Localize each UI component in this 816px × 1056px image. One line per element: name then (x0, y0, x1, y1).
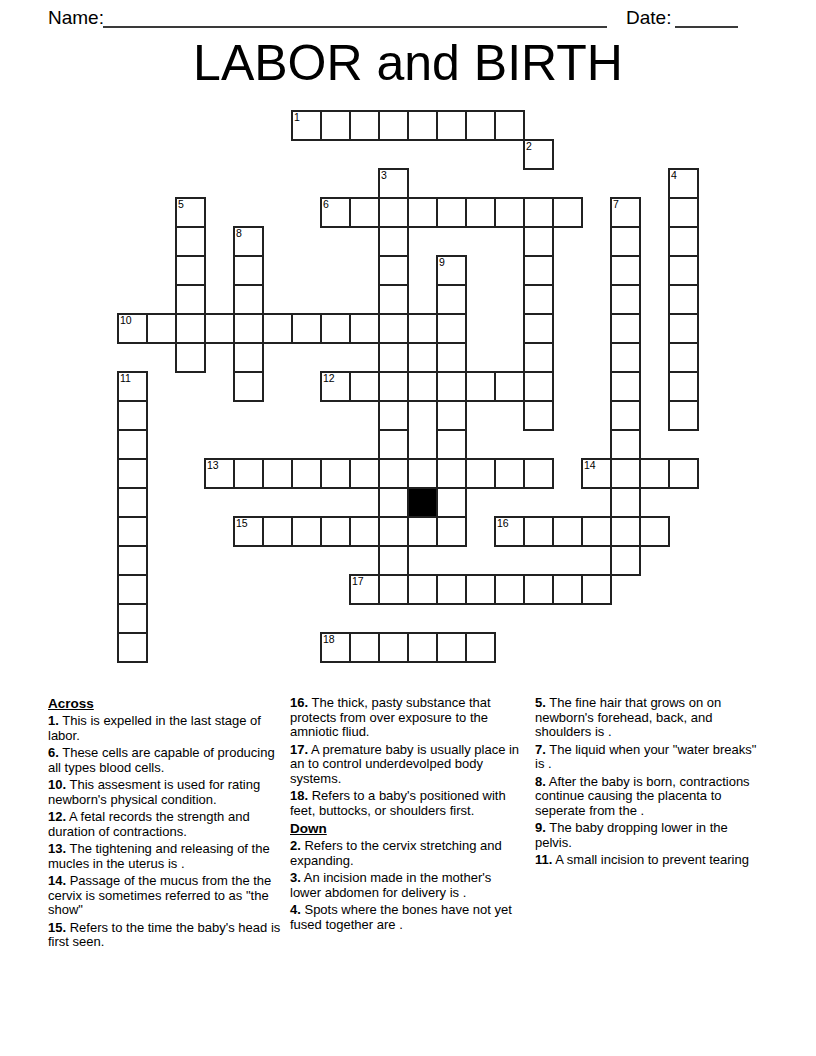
page-title: LABOR and BIRTH (0, 34, 816, 92)
grid-cell[interactable] (436, 429, 467, 460)
across-header: Across (48, 696, 282, 711)
grid-cell[interactable] (523, 284, 554, 315)
grid-cell[interactable] (436, 487, 467, 518)
grid-cell[interactable] (639, 458, 670, 489)
grid-cell[interactable] (494, 371, 525, 402)
clue-number: 3 (381, 170, 387, 181)
grid-cell[interactable] (378, 284, 409, 315)
grid-cell[interactable] (378, 255, 409, 286)
clue-down-11: 11. A small incision to prevent tearing (535, 853, 767, 868)
clue-across-1: 1. This is expelled in the last stage of… (48, 714, 282, 743)
grid-cell[interactable] (436, 110, 467, 141)
crossword-grid: 123456789101112131415161718 (117, 110, 700, 664)
grid-cell[interactable] (407, 632, 438, 663)
clue-number: 12 (323, 373, 335, 384)
grid-cell[interactable] (146, 313, 177, 344)
grid-cell[interactable] (117, 632, 148, 663)
clue-number: 9 (439, 257, 445, 268)
clue-number-label: 10. (48, 777, 66, 792)
clue-number-label: 11. (535, 852, 552, 867)
grid-cell[interactable] (436, 632, 467, 663)
grid-cell[interactable] (610, 487, 641, 518)
grid-cell[interactable] (349, 371, 380, 402)
grid-cell[interactable] (291, 516, 322, 547)
grid-cell[interactable] (262, 516, 293, 547)
grid-cell[interactable] (523, 197, 554, 228)
clue-across-18: 18. Refers to a baby's positioned with f… (290, 789, 525, 818)
grid-cell[interactable] (523, 516, 554, 547)
grid-cell[interactable] (494, 110, 525, 141)
clue-across-16: 16. The thick, pasty substance that prot… (290, 696, 525, 740)
grid-cell[interactable] (436, 197, 467, 228)
grid-cell[interactable] (291, 458, 322, 489)
clue-number: 13 (207, 460, 219, 471)
name-write-line[interactable] (103, 7, 607, 28)
grid-cell[interactable] (117, 603, 148, 634)
clue-list: Across1. This is expelled in the last st… (48, 696, 774, 953)
clue-column-2: 16. The thick, pasty substance that prot… (290, 696, 535, 953)
grid-cell[interactable] (668, 371, 699, 402)
grid-cell[interactable] (378, 313, 409, 344)
clue-number: 10 (120, 315, 132, 326)
grid-cell[interactable] (668, 400, 699, 431)
grid-cell[interactable] (639, 516, 670, 547)
grid-cell[interactable] (465, 110, 496, 141)
grid-cell[interactable] (523, 342, 554, 373)
grid-cell[interactable] (117, 574, 148, 605)
grid-cell[interactable] (523, 313, 554, 344)
grid-cell[interactable] (349, 632, 380, 663)
grid-cell[interactable] (465, 632, 496, 663)
grid-cell[interactable] (233, 313, 264, 344)
clue-number: 7 (613, 199, 619, 210)
clue-number: 5 (178, 199, 184, 210)
grid-cell[interactable] (581, 516, 612, 547)
clue-column-1: Across1. This is expelled in the last st… (48, 696, 290, 953)
clue-down-8: 8. After the baby is born, contractions … (535, 775, 767, 819)
grid-cell[interactable] (610, 400, 641, 431)
grid-cell[interactable] (349, 516, 380, 547)
clue-number-label: 5. (535, 695, 546, 710)
clue-down-3: 3. An incision made in the mother's lowe… (290, 871, 525, 900)
grid-cell[interactable] (320, 313, 351, 344)
grid-cell[interactable] (523, 255, 554, 286)
grid-cell[interactable] (233, 342, 264, 373)
grid-cell[interactable] (465, 574, 496, 605)
clue-column-3: 5. The fine hair that grows on on newbor… (535, 696, 767, 953)
clue-across-13: 13. The tightening and releasing of the … (48, 842, 282, 871)
clue-down-7: 7. The liquid when your "water breaks" i… (535, 743, 767, 772)
clue-down-9: 9. The baby dropping lower in the pelvis… (535, 821, 767, 850)
grid-cell[interactable] (407, 371, 438, 402)
clue-down-2: 2. Refers to the cervix stretching and e… (290, 839, 525, 868)
down-header: Down (290, 821, 525, 836)
grid-cell[interactable] (494, 197, 525, 228)
clue-number: 18 (323, 634, 335, 645)
date-write-line[interactable] (675, 7, 738, 28)
grid-cell[interactable] (233, 284, 264, 315)
grid-cell[interactable] (494, 458, 525, 489)
grid-cell[interactable] (407, 197, 438, 228)
grid-cell[interactable] (233, 371, 264, 402)
clue-number-label: 9. (535, 820, 546, 835)
grid-cell[interactable] (320, 458, 351, 489)
grid-cell[interactable] (233, 255, 264, 286)
worksheet-page: Name: Date: LABOR and BIRTH 123456789101… (0, 0, 816, 1056)
grid-cell[interactable] (436, 458, 467, 489)
grid-cell[interactable] (610, 516, 641, 547)
grid-cell[interactable] (233, 458, 264, 489)
grid-cell[interactable] (378, 516, 409, 547)
grid-cell[interactable] (175, 226, 206, 257)
date-label: Date: (626, 7, 671, 29)
grid-cell[interactable] (668, 226, 699, 257)
clue-across-6: 6. These cells are capable of producing … (48, 746, 282, 775)
clue-number-label: 4. (290, 902, 301, 917)
grid-cell[interactable] (552, 574, 583, 605)
grid-cell[interactable] (436, 400, 467, 431)
clue-number: 16 (497, 518, 509, 529)
grid-cell[interactable] (436, 313, 467, 344)
grid-cell[interactable] (320, 516, 351, 547)
grid-cell[interactable] (494, 574, 525, 605)
grid-cell[interactable] (378, 197, 409, 228)
clue-across-17: 17. A premature baby is usually place in… (290, 743, 525, 787)
name-label: Name: (48, 7, 104, 29)
grid-cell[interactable] (581, 574, 612, 605)
clue-number-label: 13. (48, 841, 66, 856)
clue-number-label: 17. (290, 742, 308, 757)
grid-cell[interactable] (407, 458, 438, 489)
clue-number: 17 (352, 576, 364, 587)
grid-cell[interactable] (610, 342, 641, 373)
grid-cell[interactable] (523, 458, 554, 489)
grid-cell[interactable] (552, 197, 583, 228)
grid-cell[interactable] (378, 632, 409, 663)
grid-cell[interactable] (610, 545, 641, 576)
grid-cell[interactable] (175, 313, 206, 344)
clue-number-label: 6. (48, 745, 59, 760)
blocked-cell (407, 487, 438, 518)
grid-cell[interactable] (117, 458, 148, 489)
clue-number-label: 2. (290, 838, 301, 853)
grid-cell[interactable] (465, 197, 496, 228)
grid-cell[interactable] (610, 371, 641, 402)
grid-cell[interactable] (349, 458, 380, 489)
grid-cell[interactable] (407, 574, 438, 605)
grid-cell[interactable] (436, 284, 467, 315)
grid-cell[interactable] (117, 516, 148, 547)
grid-cell[interactable] (523, 226, 554, 257)
grid-cell[interactable] (668, 255, 699, 286)
clue-number-label: 8. (535, 774, 546, 789)
grid-cell[interactable] (291, 313, 322, 344)
grid-cell[interactable] (262, 313, 293, 344)
clue-across-12: 12. A fetal records the strength and dur… (48, 810, 282, 839)
grid-cell[interactable] (378, 342, 409, 373)
grid-cell[interactable] (668, 197, 699, 228)
clue-number: 6 (323, 199, 329, 210)
grid-cell[interactable] (378, 545, 409, 576)
clue-across-10: 10. This assesment is used for rating ne… (48, 778, 282, 807)
grid-cell[interactable] (349, 110, 380, 141)
grid-cell[interactable] (465, 371, 496, 402)
clue-down-5: 5. The fine hair that grows on on newbor… (535, 696, 767, 740)
clue-number: 11 (120, 373, 131, 384)
grid-cell[interactable] (117, 429, 148, 460)
clue-across-14: 14. Passage of the mucus from the the ce… (48, 874, 282, 918)
grid-cell[interactable] (378, 487, 409, 518)
grid-cell[interactable] (378, 110, 409, 141)
clue-across-15: 15. Refers to the time the baby's head i… (48, 921, 282, 950)
grid-cell[interactable] (378, 400, 409, 431)
grid-cell[interactable] (320, 110, 351, 141)
clue-number: 4 (671, 170, 677, 181)
grid-cell[interactable] (610, 313, 641, 344)
clue-number-label: 18. (290, 788, 308, 803)
clue-number-label: 7. (535, 742, 546, 757)
clue-down-4: 4. Spots where the bones have not yet fu… (290, 903, 525, 932)
clue-number: 1 (294, 112, 300, 123)
grid-cell[interactable] (378, 371, 409, 402)
clue-number-label: 3. (290, 870, 301, 885)
grid-cell[interactable] (465, 458, 496, 489)
grid-cell[interactable] (407, 313, 438, 344)
grid-cell[interactable] (378, 574, 409, 605)
grid-cell[interactable] (523, 371, 554, 402)
clue-number: 8 (236, 228, 242, 239)
grid-cell[interactable] (668, 342, 699, 373)
grid-cell[interactable] (204, 313, 235, 344)
grid-cell[interactable] (436, 371, 467, 402)
grid-cell[interactable] (117, 487, 148, 518)
clue-number-label: 12. (48, 809, 66, 824)
grid-cell[interactable] (436, 574, 467, 605)
clue-number-label: 15. (48, 920, 66, 935)
grid-cell[interactable] (349, 197, 380, 228)
clue-number-label: 16. (290, 695, 308, 710)
grid-cell[interactable] (610, 284, 641, 315)
grid-cell[interactable] (378, 458, 409, 489)
grid-cell[interactable] (668, 458, 699, 489)
grid-cell[interactable] (378, 429, 409, 460)
grid-cell[interactable] (407, 516, 438, 547)
grid-cell[interactable] (552, 516, 583, 547)
clue-number: 2 (526, 141, 532, 152)
grid-cell[interactable] (436, 342, 467, 373)
grid-cell[interactable] (117, 545, 148, 576)
grid-cell[interactable] (610, 429, 641, 460)
grid-cell[interactable] (668, 284, 699, 315)
grid-cell[interactable] (610, 226, 641, 257)
grid-cell[interactable] (175, 342, 206, 373)
grid-cell[interactable] (407, 110, 438, 141)
grid-cell[interactable] (175, 255, 206, 286)
clue-number: 15 (236, 518, 248, 529)
clue-number: 14 (584, 460, 596, 471)
grid-cell[interactable] (117, 400, 148, 431)
grid-cell[interactable] (523, 574, 554, 605)
grid-cell[interactable] (378, 226, 409, 257)
grid-cell[interactable] (610, 255, 641, 286)
clue-number-label: 14. (48, 873, 66, 888)
grid-cell[interactable] (175, 284, 206, 315)
grid-cell[interactable] (262, 458, 293, 489)
grid-cell[interactable] (610, 458, 641, 489)
grid-cell[interactable] (349, 313, 380, 344)
grid-cell[interactable] (436, 516, 467, 547)
clue-number-label: 1. (48, 713, 59, 728)
grid-cell[interactable] (668, 313, 699, 344)
grid-cell[interactable] (523, 400, 554, 431)
